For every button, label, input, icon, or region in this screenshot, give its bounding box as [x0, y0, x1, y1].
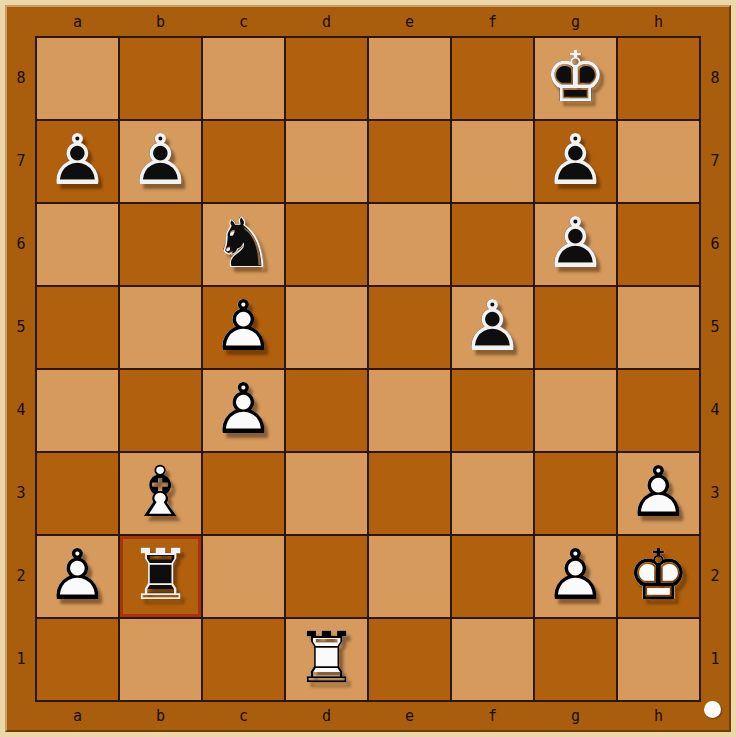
- file-label-top-b: b: [120, 8, 201, 36]
- file-label-top-d: d: [286, 8, 367, 36]
- rank-label-right-5: 5: [701, 287, 729, 368]
- square-f1[interactable]: [452, 619, 533, 700]
- chess-board-window: abcdefgh 87654321 ♚♔♟♙♟♙♟♙♞♘♟♙♟♙♟♙♟♙♝♗♟♙…: [0, 0, 736, 737]
- piece-outline-glyph: ♙: [203, 287, 284, 368]
- square-b2[interactable]: ♜♖: [120, 536, 201, 617]
- square-g3[interactable]: [535, 453, 616, 534]
- square-g7[interactable]: ♟♙: [535, 121, 616, 202]
- square-f7[interactable]: [452, 121, 533, 202]
- square-f8[interactable]: [452, 38, 533, 119]
- square-d7[interactable]: [286, 121, 367, 202]
- rank-label-right-4: 4: [701, 370, 729, 451]
- rank-label-right-6: 6: [701, 204, 729, 285]
- square-e1[interactable]: [369, 619, 450, 700]
- piece-white-pawn-c4[interactable]: ♟♙: [203, 370, 284, 451]
- piece-fill-glyph: ♚: [535, 38, 616, 119]
- piece-black-pawn-g7[interactable]: ♟♙: [535, 121, 616, 202]
- piece-outline-glyph: ♙: [120, 121, 201, 202]
- file-label-bottom-a: a: [37, 702, 118, 730]
- square-g2[interactable]: ♟♙: [535, 536, 616, 617]
- piece-fill-glyph: ♞: [203, 204, 284, 285]
- square-f2[interactable]: [452, 536, 533, 617]
- square-a1[interactable]: [37, 619, 118, 700]
- piece-white-pawn-a2[interactable]: ♟♙: [37, 536, 118, 617]
- rank-label-left-7: 7: [7, 121, 35, 202]
- square-g1[interactable]: [535, 619, 616, 700]
- square-g4[interactable]: [535, 370, 616, 451]
- square-h2[interactable]: ♚♔: [618, 536, 699, 617]
- square-f5[interactable]: ♟♙: [452, 287, 533, 368]
- rank-label-left-5: 5: [7, 287, 35, 368]
- rank-label-left-4: 4: [7, 370, 35, 451]
- piece-black-pawn-f5[interactable]: ♟♙: [452, 287, 533, 368]
- square-a2[interactable]: ♟♙: [37, 536, 118, 617]
- piece-fill-glyph: ♟: [37, 121, 118, 202]
- square-h3[interactable]: ♟♙: [618, 453, 699, 534]
- piece-fill-glyph: ♟: [535, 121, 616, 202]
- piece-fill-glyph: ♟: [535, 536, 616, 617]
- square-e8[interactable]: [369, 38, 450, 119]
- file-label-top-e: e: [369, 8, 450, 36]
- piece-white-pawn-c5[interactable]: ♟♙: [203, 287, 284, 368]
- file-label-bottom-d: d: [286, 702, 367, 730]
- rank-label-left-3: 3: [7, 453, 35, 534]
- piece-white-bishop-b3[interactable]: ♝♗: [120, 453, 201, 534]
- square-e2[interactable]: [369, 536, 450, 617]
- square-f6[interactable]: [452, 204, 533, 285]
- piece-fill-glyph: ♟: [618, 453, 699, 534]
- square-h7[interactable]: [618, 121, 699, 202]
- file-labels-bottom: abcdefgh: [35, 702, 701, 730]
- piece-black-pawn-a7[interactable]: ♟♙: [37, 121, 118, 202]
- square-e3[interactable]: [369, 453, 450, 534]
- piece-outline-glyph: ♙: [618, 453, 699, 534]
- piece-outline-glyph: ♖: [286, 619, 367, 700]
- piece-outline-glyph: ♘: [203, 204, 284, 285]
- square-a3[interactable]: [37, 453, 118, 534]
- square-e7[interactable]: [369, 121, 450, 202]
- piece-black-pawn-b7[interactable]: ♟♙: [120, 121, 201, 202]
- square-c4[interactable]: ♟♙: [203, 370, 284, 451]
- square-c2[interactable]: [203, 536, 284, 617]
- square-c8[interactable]: [203, 38, 284, 119]
- square-g6[interactable]: ♟♙: [535, 204, 616, 285]
- piece-fill-glyph: ♜: [120, 536, 201, 617]
- file-label-bottom-h: h: [618, 702, 699, 730]
- piece-fill-glyph: ♟: [203, 287, 284, 368]
- square-h6[interactable]: [618, 204, 699, 285]
- square-a4[interactable]: [37, 370, 118, 451]
- file-label-bottom-e: e: [369, 702, 450, 730]
- piece-fill-glyph: ♟: [535, 204, 616, 285]
- piece-outline-glyph: ♙: [535, 536, 616, 617]
- piece-white-pawn-g2[interactable]: ♟♙: [535, 536, 616, 617]
- piece-fill-glyph: ♚: [618, 536, 699, 617]
- square-g5[interactable]: [535, 287, 616, 368]
- square-f4[interactable]: [452, 370, 533, 451]
- piece-fill-glyph: ♜: [286, 619, 367, 700]
- piece-white-rook-d1[interactable]: ♜♖: [286, 619, 367, 700]
- piece-black-pawn-g6[interactable]: ♟♙: [535, 204, 616, 285]
- file-labels-top: abcdefgh: [35, 8, 701, 36]
- file-label-bottom-g: g: [535, 702, 616, 730]
- square-c7[interactable]: [203, 121, 284, 202]
- file-label-top-f: f: [452, 8, 533, 36]
- square-a5[interactable]: [37, 287, 118, 368]
- rank-label-right-2: 2: [701, 536, 729, 617]
- piece-outline-glyph: ♙: [535, 204, 616, 285]
- square-b6[interactable]: [120, 204, 201, 285]
- square-e6[interactable]: [369, 204, 450, 285]
- square-b8[interactable]: [120, 38, 201, 119]
- square-h8[interactable]: [618, 38, 699, 119]
- piece-outline-glyph: ♗: [120, 453, 201, 534]
- piece-fill-glyph: ♝: [120, 453, 201, 534]
- piece-outline-glyph: ♙: [203, 370, 284, 451]
- piece-black-king-g8[interactable]: ♚♔: [535, 38, 616, 119]
- piece-white-king-h2[interactable]: ♚♔: [618, 536, 699, 617]
- board: ♚♔♟♙♟♙♟♙♞♘♟♙♟♙♟♙♟♙♝♗♟♙♟♙♜♖♟♙♚♔♜♖: [35, 36, 701, 702]
- square-e4[interactable]: [369, 370, 450, 451]
- square-a7[interactable]: ♟♙: [37, 121, 118, 202]
- file-label-bottom-b: b: [120, 702, 201, 730]
- square-b5[interactable]: [120, 287, 201, 368]
- square-c1[interactable]: [203, 619, 284, 700]
- piece-outline-glyph: ♔: [618, 536, 699, 617]
- square-d2[interactable]: [286, 536, 367, 617]
- square-d6[interactable]: [286, 204, 367, 285]
- rank-label-right-8: 8: [701, 38, 729, 119]
- square-g8[interactable]: ♚♔: [535, 38, 616, 119]
- square-d4[interactable]: [286, 370, 367, 451]
- rank-label-right-7: 7: [701, 121, 729, 202]
- piece-white-pawn-h3[interactable]: ♟♙: [618, 453, 699, 534]
- rank-label-left-2: 2: [7, 536, 35, 617]
- file-label-top-a: a: [37, 8, 118, 36]
- piece-fill-glyph: ♟: [203, 370, 284, 451]
- rank-labels-left: 87654321: [7, 36, 35, 702]
- square-d8[interactable]: [286, 38, 367, 119]
- file-label-top-h: h: [618, 8, 699, 36]
- piece-fill-glyph: ♟: [452, 287, 533, 368]
- file-label-bottom-c: c: [203, 702, 284, 730]
- piece-black-rook-b2[interactable]: ♜♖: [120, 536, 201, 617]
- piece-outline-glyph: ♖: [120, 536, 201, 617]
- piece-outline-glyph: ♔: [535, 38, 616, 119]
- file-label-bottom-f: f: [452, 702, 533, 730]
- piece-outline-glyph: ♙: [452, 287, 533, 368]
- square-f3[interactable]: [452, 453, 533, 534]
- rank-label-left-6: 6: [7, 204, 35, 285]
- rank-label-left-8: 8: [7, 38, 35, 119]
- square-d3[interactable]: [286, 453, 367, 534]
- square-a6[interactable]: [37, 204, 118, 285]
- piece-fill-glyph: ♟: [120, 121, 201, 202]
- square-c3[interactable]: [203, 453, 284, 534]
- square-c5[interactable]: ♟♙: [203, 287, 284, 368]
- square-b4[interactable]: [120, 370, 201, 451]
- piece-black-knight-c6[interactable]: ♞♘: [203, 204, 284, 285]
- board-frame: abcdefgh 87654321 ♚♔♟♙♟♙♟♙♞♘♟♙♟♙♟♙♟♙♝♗♟♙…: [5, 5, 731, 732]
- piece-outline-glyph: ♙: [535, 121, 616, 202]
- piece-fill-glyph: ♟: [37, 536, 118, 617]
- piece-outline-glyph: ♙: [37, 121, 118, 202]
- square-h1[interactable]: [618, 619, 699, 700]
- rank-label-right-1: 1: [701, 619, 729, 700]
- rank-labels-right: 87654321: [701, 36, 729, 702]
- square-d5[interactable]: [286, 287, 367, 368]
- square-d1[interactable]: ♜♖: [286, 619, 367, 700]
- square-a8[interactable]: [37, 38, 118, 119]
- file-label-top-g: g: [535, 8, 616, 36]
- square-b1[interactable]: [120, 619, 201, 700]
- square-e5[interactable]: [369, 287, 450, 368]
- square-c6[interactable]: ♞♘: [203, 204, 284, 285]
- rank-label-left-1: 1: [7, 619, 35, 700]
- side-to-move-dot: [704, 701, 721, 718]
- rank-label-right-3: 3: [701, 453, 729, 534]
- piece-outline-glyph: ♙: [37, 536, 118, 617]
- square-b3[interactable]: ♝♗: [120, 453, 201, 534]
- square-b7[interactable]: ♟♙: [120, 121, 201, 202]
- file-label-top-c: c: [203, 8, 284, 36]
- square-h4[interactable]: [618, 370, 699, 451]
- square-h5[interactable]: [618, 287, 699, 368]
